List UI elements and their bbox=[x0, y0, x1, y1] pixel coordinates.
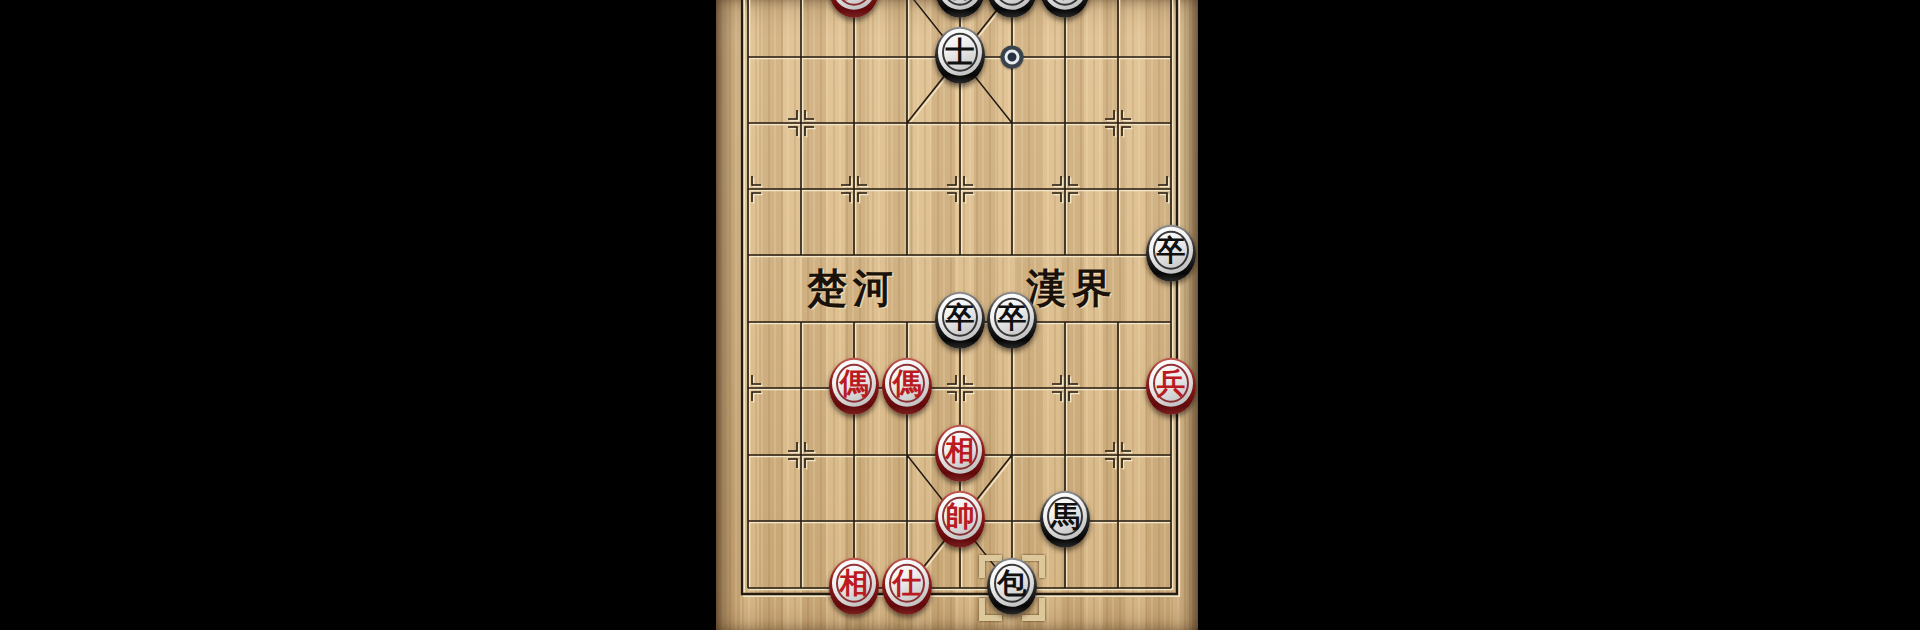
black-soldier[interactable]: 卒 bbox=[935, 292, 985, 349]
river-label-han-jie: 漢界 bbox=[1026, 261, 1118, 316]
letterbox-right bbox=[1198, 0, 1920, 630]
piece-glyph: 俥 bbox=[832, 0, 876, 10]
piece-glyph: 卒 bbox=[1149, 227, 1193, 274]
piece-glyph: 帥 bbox=[938, 493, 982, 540]
red-elephant[interactable]: 相 bbox=[829, 558, 879, 615]
red-horse[interactable]: 傌 bbox=[829, 358, 879, 415]
piece-glyph: 士 bbox=[938, 29, 982, 76]
black-elephant[interactable]: 象 bbox=[1040, 0, 1090, 18]
piece-glyph: 象 bbox=[1043, 0, 1087, 10]
piece-glyph: 相 bbox=[938, 427, 982, 474]
piece-glyph: 仕 bbox=[885, 560, 929, 607]
red-advisor[interactable]: 仕 bbox=[882, 558, 932, 615]
piece-glyph: 卒 bbox=[938, 294, 982, 341]
black-horse[interactable]: 馬 bbox=[1040, 491, 1090, 548]
red-soldier[interactable]: 兵 bbox=[1146, 358, 1196, 415]
piece-glyph: 傌 bbox=[885, 360, 929, 407]
piece-glyph: 兵 bbox=[1149, 360, 1193, 407]
piece-glyph: 相 bbox=[832, 560, 876, 607]
piece-glyph: 馬 bbox=[1043, 493, 1087, 540]
piece-glyph: 傌 bbox=[832, 360, 876, 407]
black-cannon[interactable]: 包 bbox=[987, 558, 1037, 615]
piece-glyph: 士 bbox=[990, 0, 1034, 10]
black-soldier[interactable]: 卒 bbox=[1146, 225, 1196, 282]
red-general[interactable]: 帥 bbox=[935, 491, 985, 548]
red-elephant[interactable]: 相 bbox=[935, 425, 985, 482]
river-label-chu-he: 楚河 bbox=[807, 261, 899, 316]
black-soldier[interactable]: 卒 bbox=[987, 292, 1037, 349]
letterbox-left bbox=[0, 0, 716, 630]
red-chariot[interactable]: 俥 bbox=[829, 0, 879, 18]
last-move-origin-marker bbox=[1001, 46, 1024, 69]
black-general[interactable]: 將 bbox=[935, 0, 985, 18]
piece-glyph: 卒 bbox=[990, 294, 1034, 341]
xiangqi-board[interactable]: 楚河 漢界 俥將士象士卒卒卒傌傌兵相帥馬相仕包 bbox=[716, 0, 1198, 630]
black-advisor[interactable]: 士 bbox=[987, 0, 1037, 18]
app-screenshot: 楚河 漢界 俥將士象士卒卒卒傌傌兵相帥馬相仕包 bbox=[0, 0, 1920, 630]
piece-glyph: 將 bbox=[938, 0, 982, 10]
piece-glyph: 包 bbox=[990, 560, 1034, 607]
black-advisor[interactable]: 士 bbox=[935, 27, 985, 84]
red-horse[interactable]: 傌 bbox=[882, 358, 932, 415]
